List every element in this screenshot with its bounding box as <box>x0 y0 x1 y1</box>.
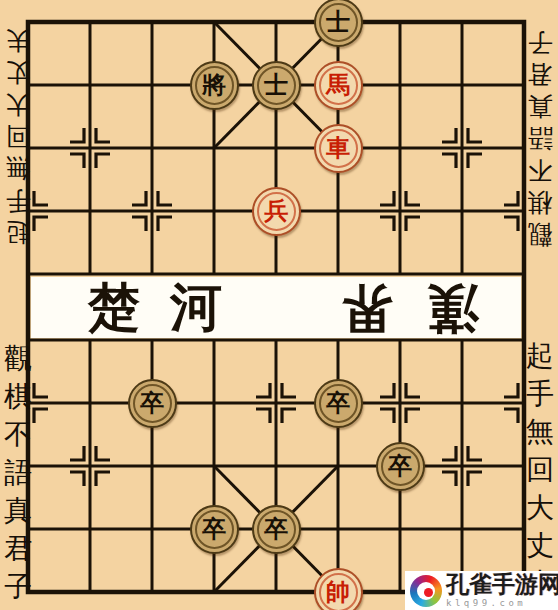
piece-black-advisor[interactable]: 士 <box>314 0 363 47</box>
motto-char: 觀 <box>4 340 32 378</box>
piece-black-advisor[interactable]: 士 <box>252 61 301 110</box>
piece-character: 卒 <box>133 384 172 423</box>
piece-black-soldier[interactable]: 卒 <box>190 505 239 554</box>
motto-char: 丈 <box>6 56 31 88</box>
motto-char: 大 <box>526 489 554 527</box>
motto-char: 回 <box>6 120 31 152</box>
motto-char: 君 <box>528 58 553 90</box>
watermark-klq99: 孔雀手游网 klq99.com <box>405 571 558 610</box>
piece-character: 車 <box>319 129 358 168</box>
motto-char: 子 <box>4 568 32 606</box>
piece-black-soldier[interactable]: 卒 <box>314 379 363 428</box>
motto-char: 手 <box>526 375 554 413</box>
piece-black-soldier[interactable]: 卒 <box>252 505 301 554</box>
motto-char: 棋 <box>528 186 553 218</box>
watermark-site-name: 孔雀手游网 <box>446 573 558 596</box>
piece-character: 士 <box>319 3 358 42</box>
motto-char: 夫 <box>6 24 31 56</box>
river-label-chu-he: 楚河 <box>88 277 252 339</box>
piece-red-general[interactable]: 帥 <box>314 568 363 610</box>
piece-red-chariot[interactable]: 車 <box>314 124 363 173</box>
motto-char: 手 <box>6 184 31 216</box>
motto-char: 真 <box>4 492 32 530</box>
motto-char: 真 <box>528 90 553 122</box>
motto-char: 起 <box>6 216 31 248</box>
piece-character: 卒 <box>381 447 420 486</box>
motto-char: 無 <box>526 413 554 451</box>
motto-char: 不 <box>4 416 32 454</box>
piece-red-horse[interactable]: 馬 <box>314 61 363 110</box>
piece-character: 卒 <box>319 384 358 423</box>
piece-character: 將 <box>195 66 234 105</box>
motto-char: 大 <box>6 88 31 120</box>
watermark-site-url: klq99.com <box>446 599 558 608</box>
piece-character: 卒 <box>195 510 234 549</box>
xiangqi-board-screenshot: 楚河 漢界 起手無回大丈夫 觀棋不語真君子 觀棋不語真君子 起手無回大丈夫 士將… <box>0 0 558 610</box>
piece-character: 卒 <box>257 510 296 549</box>
motto-char: 子 <box>528 26 553 58</box>
motto-char: 語 <box>528 122 553 154</box>
motto-char: 丈 <box>526 527 554 565</box>
peacock-logo-icon <box>410 575 442 607</box>
piece-black-general[interactable]: 將 <box>190 61 239 110</box>
piece-black-soldier[interactable]: 卒 <box>128 379 177 428</box>
piece-red-soldier[interactable]: 兵 <box>252 187 301 236</box>
motto-char: 語 <box>4 454 32 492</box>
motto-bottom-right: 起手無回大丈夫 <box>523 337 557 603</box>
motto-top-right-rotated: 觀棋不語真君子 <box>523 26 557 250</box>
motto-char: 起 <box>526 337 554 375</box>
motto-char: 棋 <box>4 378 32 416</box>
motto-char: 君 <box>4 530 32 568</box>
motto-char: 無 <box>6 152 31 184</box>
piece-character: 士 <box>257 66 296 105</box>
piece-character: 兵 <box>257 192 296 231</box>
river-label-han-jie-text: 漢界 <box>307 273 479 343</box>
piece-black-soldier[interactable]: 卒 <box>376 442 425 491</box>
motto-char: 不 <box>528 154 553 186</box>
piece-character: 帥 <box>319 573 358 610</box>
motto-char: 觀 <box>528 218 553 250</box>
river-label-han-jie-rotated: 漢界 <box>324 277 496 339</box>
piece-character: 馬 <box>319 66 358 105</box>
motto-char: 回 <box>526 451 554 489</box>
motto-bottom-left: 觀棋不語真君子 <box>1 340 35 606</box>
motto-top-left-rotated: 起手無回大丈夫 <box>1 24 35 248</box>
